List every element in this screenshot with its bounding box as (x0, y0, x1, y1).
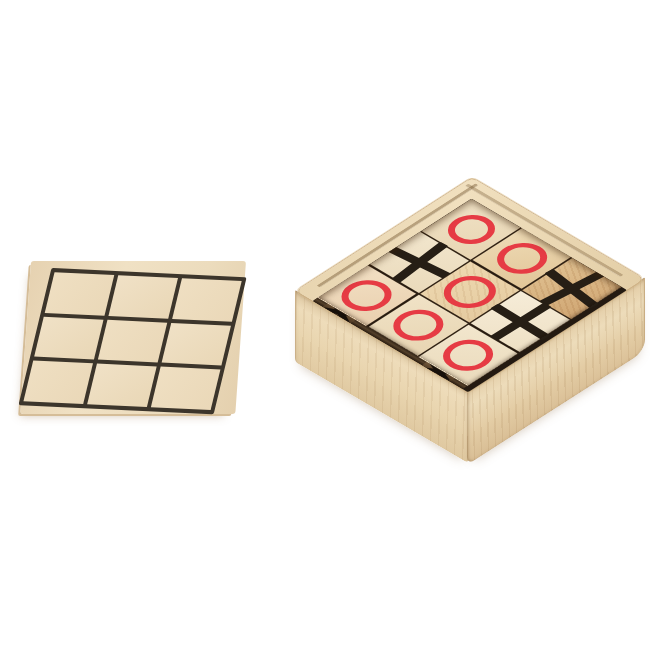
tile-cell (45, 272, 114, 315)
tile-cell (109, 275, 178, 318)
tile-cell (98, 320, 167, 363)
o-mark-icon (433, 332, 504, 378)
product-photo-scene (0, 0, 650, 650)
tictactoe-board-tile (20, 261, 246, 414)
tile-cell (162, 323, 231, 366)
tile-cell (23, 361, 92, 404)
tile-grid (19, 268, 247, 414)
tile-cell (87, 364, 156, 407)
tile-cell (172, 278, 241, 321)
tile-cell (34, 317, 103, 360)
o-ring-glyph (443, 339, 494, 372)
tile-cell (151, 367, 220, 410)
